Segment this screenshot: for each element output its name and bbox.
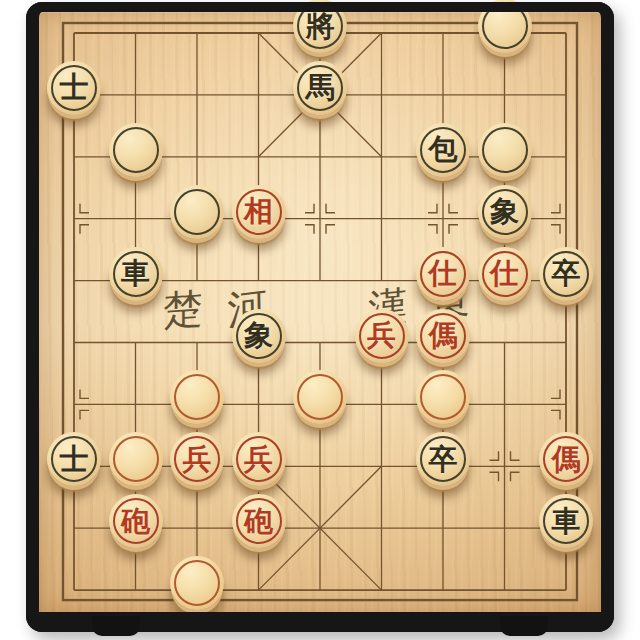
piece-red-d8[interactable]: 砲	[232, 494, 286, 548]
piece-glyph: 兵	[244, 445, 273, 474]
piece-glyph: 士	[60, 73, 89, 102]
piece-glyph: 砲	[121, 507, 150, 536]
piece-black-g2[interactable]: 包	[416, 123, 470, 177]
piece-hidden-red-c9[interactable]	[170, 556, 224, 610]
piece-glyph: 象	[244, 321, 273, 350]
piece-glyph: 象	[490, 197, 519, 226]
piece-glyph: 士	[60, 445, 89, 474]
piece-glyph: 將	[306, 12, 335, 41]
piece-hidden-red-c6[interactable]	[170, 370, 224, 424]
piece-red-h4[interactable]: 仕	[478, 247, 532, 301]
piece-hidden-black-c3[interactable]	[170, 185, 224, 239]
board-foot-right	[500, 616, 548, 636]
piece-glyph: 仕	[490, 259, 519, 288]
piece-glyph: 傌	[552, 445, 581, 474]
piece-glyph: 卒	[429, 445, 458, 474]
piece-glyph: 車	[552, 507, 581, 536]
pieces-layer: 將士馬包相象車仕仕卒象兵傌士兵兵卒傌砲砲車	[0, 0, 640, 640]
piece-red-f5[interactable]: 兵	[355, 309, 409, 363]
piece-hidden-black-h2[interactable]	[478, 123, 532, 177]
piece-black-g7[interactable]: 卒	[416, 432, 470, 486]
piece-glyph: 兵	[367, 321, 396, 350]
piece-red-g4[interactable]: 仕	[416, 247, 470, 301]
piece-hidden-red-b7[interactable]	[109, 432, 163, 486]
piece-black-e1[interactable]: 馬	[293, 61, 347, 115]
piece-glyph: 砲	[244, 507, 273, 536]
piece-glyph: 卒	[552, 259, 581, 288]
piece-glyph: 馬	[306, 73, 335, 102]
piece-red-c7[interactable]: 兵	[170, 432, 224, 486]
piece-black-a1[interactable]: 士	[47, 61, 101, 115]
piece-hidden-black-h0[interactable]	[478, 0, 532, 53]
piece-black-a7[interactable]: 士	[47, 432, 101, 486]
piece-red-b8[interactable]: 砲	[109, 494, 163, 548]
board-foot-left	[92, 616, 140, 636]
piece-red-i7[interactable]: 傌	[539, 432, 593, 486]
piece-black-b4[interactable]: 車	[109, 247, 163, 301]
piece-glyph: 仕	[429, 259, 458, 288]
piece-black-h3[interactable]: 象	[478, 185, 532, 239]
piece-glyph: 車	[121, 259, 150, 288]
piece-black-i4[interactable]: 卒	[539, 247, 593, 301]
piece-red-d7[interactable]: 兵	[232, 432, 286, 486]
piece-glyph: 相	[244, 197, 273, 226]
piece-red-g5[interactable]: 傌	[416, 309, 470, 363]
xiangqi-app: 楚 河 漢 界 將士馬包相象車仕仕卒象兵傌士兵兵卒傌砲砲車	[0, 0, 640, 640]
piece-glyph: 包	[429, 135, 458, 164]
piece-hidden-red-g6[interactable]	[416, 370, 470, 424]
piece-red-d3[interactable]: 相	[232, 185, 286, 239]
piece-glyph: 傌	[429, 321, 458, 350]
piece-hidden-black-b2[interactable]	[109, 123, 163, 177]
piece-hidden-red-e6[interactable]	[293, 370, 347, 424]
piece-black-i8[interactable]: 車	[539, 494, 593, 548]
piece-black-e0[interactable]: 將	[293, 0, 347, 53]
piece-black-d5[interactable]: 象	[232, 309, 286, 363]
piece-glyph: 兵	[183, 445, 212, 474]
